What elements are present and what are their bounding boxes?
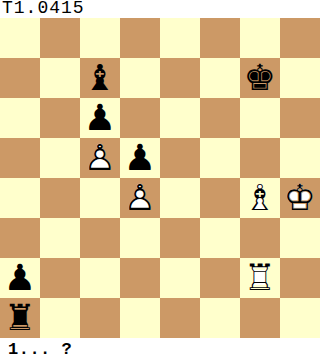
white-bishop[interactable]: ♝♗ <box>240 178 280 218</box>
square-h5[interactable] <box>280 138 320 178</box>
chess-board: ♝♚♟♟♙♟♟♙♝♗♚♔♟♜♖♜ <box>0 18 320 338</box>
square-c7[interactable]: ♝ <box>80 58 120 98</box>
white-pawn[interactable]: ♟♙ <box>80 138 120 178</box>
square-f1[interactable] <box>200 298 240 338</box>
black-pawn[interactable]: ♟ <box>0 258 40 298</box>
square-d5[interactable]: ♟ <box>120 138 160 178</box>
piece-outline-layer: ♔ <box>280 178 320 218</box>
square-g5[interactable] <box>240 138 280 178</box>
square-e2[interactable] <box>160 258 200 298</box>
piece-outline-layer: ♖ <box>240 258 280 298</box>
square-b7[interactable] <box>40 58 80 98</box>
puzzle-title: T1.0415 <box>0 0 85 17</box>
square-h7[interactable] <box>280 58 320 98</box>
square-d6[interactable] <box>120 98 160 138</box>
square-h4[interactable]: ♚♔ <box>280 178 320 218</box>
white-rook[interactable]: ♜♖ <box>240 258 280 298</box>
piece-outline-layer: ♙ <box>80 138 120 178</box>
square-f8[interactable] <box>200 18 240 58</box>
square-h1[interactable] <box>280 298 320 338</box>
square-d1[interactable] <box>120 298 160 338</box>
square-e7[interactable] <box>160 58 200 98</box>
square-b4[interactable] <box>40 178 80 218</box>
square-f2[interactable] <box>200 258 240 298</box>
square-f5[interactable] <box>200 138 240 178</box>
square-g1[interactable] <box>240 298 280 338</box>
square-f6[interactable] <box>200 98 240 138</box>
square-a8[interactable] <box>0 18 40 58</box>
square-d4[interactable]: ♟♙ <box>120 178 160 218</box>
square-h8[interactable] <box>280 18 320 58</box>
square-h2[interactable] <box>280 258 320 298</box>
piece-outline-layer: ♙ <box>120 178 160 218</box>
square-g4[interactable]: ♝♗ <box>240 178 280 218</box>
black-bishop[interactable]: ♝ <box>80 58 120 98</box>
square-c6[interactable]: ♟ <box>80 98 120 138</box>
square-h3[interactable] <box>280 218 320 258</box>
square-a1[interactable]: ♜ <box>0 298 40 338</box>
square-b6[interactable] <box>40 98 80 138</box>
white-king[interactable]: ♚♔ <box>280 178 320 218</box>
piece-outline-layer: ♗ <box>240 178 280 218</box>
black-king[interactable]: ♚ <box>240 58 280 98</box>
square-b8[interactable] <box>40 18 80 58</box>
square-d8[interactable] <box>120 18 160 58</box>
square-e4[interactable] <box>160 178 200 218</box>
title-bar: T1.0415 <box>0 0 320 18</box>
square-b3[interactable] <box>40 218 80 258</box>
square-a5[interactable] <box>0 138 40 178</box>
square-h6[interactable] <box>280 98 320 138</box>
square-c5[interactable]: ♟♙ <box>80 138 120 178</box>
square-e6[interactable] <box>160 98 200 138</box>
square-d3[interactable] <box>120 218 160 258</box>
black-pawn[interactable]: ♟ <box>80 98 120 138</box>
move-prompt: 1... ? <box>0 338 72 360</box>
square-f4[interactable] <box>200 178 240 218</box>
square-e8[interactable] <box>160 18 200 58</box>
square-a3[interactable] <box>0 218 40 258</box>
square-a4[interactable] <box>0 178 40 218</box>
black-rook[interactable]: ♜ <box>0 298 40 338</box>
footer-bar: 1... ? <box>0 338 320 360</box>
square-f7[interactable] <box>200 58 240 98</box>
square-g7[interactable]: ♚ <box>240 58 280 98</box>
square-g3[interactable] <box>240 218 280 258</box>
square-c2[interactable] <box>80 258 120 298</box>
square-d7[interactable] <box>120 58 160 98</box>
square-b1[interactable] <box>40 298 80 338</box>
square-d2[interactable] <box>120 258 160 298</box>
square-c1[interactable] <box>80 298 120 338</box>
square-b5[interactable] <box>40 138 80 178</box>
square-b2[interactable] <box>40 258 80 298</box>
square-f3[interactable] <box>200 218 240 258</box>
white-pawn[interactable]: ♟♙ <box>120 178 160 218</box>
square-c8[interactable] <box>80 18 120 58</box>
square-c3[interactable] <box>80 218 120 258</box>
square-a6[interactable] <box>0 98 40 138</box>
square-e1[interactable] <box>160 298 200 338</box>
square-e5[interactable] <box>160 138 200 178</box>
black-pawn[interactable]: ♟ <box>120 138 160 178</box>
square-a7[interactable] <box>0 58 40 98</box>
square-e3[interactable] <box>160 218 200 258</box>
square-g8[interactable] <box>240 18 280 58</box>
square-c4[interactable] <box>80 178 120 218</box>
square-a2[interactable]: ♟ <box>0 258 40 298</box>
square-g2[interactable]: ♜♖ <box>240 258 280 298</box>
square-g6[interactable] <box>240 98 280 138</box>
